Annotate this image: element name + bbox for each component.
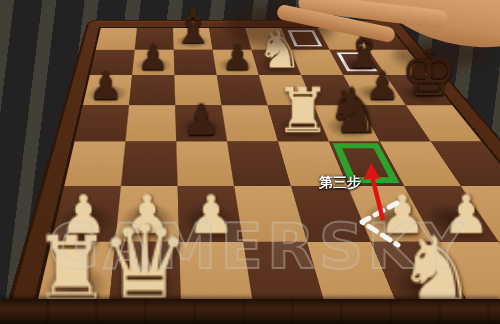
board-near-edge [0,299,500,324]
piece-black-pawn[interactable]: ♟ [89,68,123,104]
piece-black-bishop[interactable]: ♝ [172,4,215,49]
piece-black-pawn[interactable]: ♟ [222,41,254,74]
square-b7[interactable]: ♟ [132,50,174,75]
wood-grain [0,299,500,324]
chess-game-scene: ♝♟♟♞♝♟♟♚♟♜♞♟♟♟♟♟♜♛♞ GAMERSKY 第三步 [0,0,500,324]
square-c8[interactable]: ♝ [173,28,213,50]
square-c7[interactable] [174,50,217,75]
square-d7[interactable]: ♟ [213,50,259,75]
square-d4[interactable] [227,141,291,185]
piece-white-rook[interactable]: ♜ [275,82,331,141]
square-b5[interactable] [125,105,176,141]
piece-white-pawn[interactable]: ♟ [187,190,235,240]
square-a5[interactable] [75,105,130,141]
square-a8[interactable] [96,28,137,50]
square-a4[interactable] [64,141,125,185]
step-label: 第三步 [319,174,361,192]
square-a6[interactable]: ♟ [83,75,132,105]
chess-board: ♝♟♟♞♝♟♟♚♟♜♞♟♟♟♟♟♜♛♞ [12,28,500,324]
square-c4[interactable] [176,141,234,185]
piece-black-pawn[interactable]: ♟ [183,100,221,140]
piece-white-queen[interactable]: ♛ [99,216,190,312]
square-b4[interactable] [121,141,178,185]
square-c5[interactable]: ♟ [175,105,227,141]
square-b6[interactable] [129,75,175,105]
piece-black-knight[interactable]: ♞ [326,82,382,141]
square-e5[interactable]: ♜ [268,105,329,141]
piece-black-pawn[interactable]: ♟ [138,41,170,74]
opponent-hand [258,0,500,60]
